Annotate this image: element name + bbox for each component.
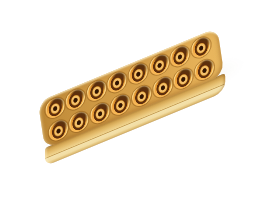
pit-r1-c7[interactable] [169,43,191,69]
pit-r1-c1[interactable] [44,95,66,121]
product-photo-stage [0,0,266,200]
pit-r2-c2[interactable] [68,109,90,135]
pit-r2-c4[interactable] [110,91,132,117]
pit-r2-c6[interactable] [151,74,173,100]
pit-r2-c8[interactable] [193,57,215,83]
pit-r2-c1[interactable] [47,117,69,143]
pit-r1-c2[interactable] [64,86,86,112]
pit-r1-c6[interactable] [148,52,170,78]
pit-r1-c4[interactable] [106,69,128,95]
pit-r2-c7[interactable] [172,65,194,91]
pit-r2-c5[interactable] [130,83,152,109]
pit-r1-c3[interactable] [85,78,107,104]
pit-r1-c8[interactable] [190,34,212,60]
pit-r1-c5[interactable] [127,60,149,86]
pit-r2-c3[interactable] [89,100,111,126]
